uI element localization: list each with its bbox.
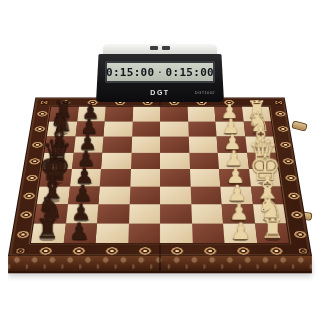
board-square [160, 107, 188, 122]
black-rook[interactable]: ♜ [35, 215, 59, 242]
white-pawn[interactable]: ♟ [230, 219, 251, 242]
border-ornament [35, 111, 48, 117]
board-square [189, 152, 219, 169]
board-square: ♟ [63, 223, 97, 243]
product-photo: 0:15:00 · 0:15:00 DGT DGT1002 ♜♟♟♜♞♟♟♞♝♟… [0, 0, 320, 320]
time-separator-icon: · [157, 68, 162, 77]
border-ornament [33, 126, 46, 133]
board-square [160, 121, 188, 136]
board-square [130, 169, 160, 186]
edge-center-seam [159, 256, 161, 272]
border-ornament [286, 192, 301, 200]
board-square [128, 223, 160, 243]
board-square [100, 169, 131, 186]
board-square [98, 186, 129, 204]
border-ornament [283, 174, 297, 182]
border-ornament [18, 211, 33, 219]
border-ornament [236, 246, 251, 255]
board-square: ♟ [223, 223, 257, 243]
board-square: ♜ [31, 223, 65, 243]
board-square [129, 186, 160, 204]
board-square [188, 137, 217, 153]
border-ornament [223, 99, 236, 105]
latch-peg-upper [291, 120, 307, 131]
board-square [131, 152, 161, 169]
clock-lever-button-left[interactable] [150, 46, 158, 50]
board-front-edge [8, 256, 312, 274]
left-player-time: 0:15:00 [106, 66, 154, 79]
board-square [187, 107, 215, 122]
border-ornament [203, 246, 218, 255]
border-ornament [281, 157, 295, 164]
board-square [131, 137, 160, 153]
board-square [95, 223, 128, 243]
board-square [160, 204, 192, 223]
board-square [192, 223, 225, 243]
border-ornament [137, 246, 151, 255]
board-square [128, 204, 160, 223]
corner-rosette [272, 99, 285, 105]
border-ornament [276, 126, 289, 133]
board-square [191, 204, 223, 223]
border-ornament [289, 211, 304, 219]
board-square [160, 152, 190, 169]
corner-rosette [12, 246, 28, 255]
border-ornament [21, 192, 36, 200]
board-square [160, 137, 189, 153]
chess-clock: 0:15:00 · 0:15:00 DGT DGT1002 [96, 44, 224, 102]
clock-body: 0:15:00 · 0:15:00 DGT DGT1002 [96, 54, 224, 102]
board-square [102, 137, 131, 153]
clock-lever-button-right[interactable] [162, 46, 170, 50]
border-ornament [292, 230, 307, 239]
board-square [190, 186, 221, 204]
right-player-time: 0:15:00 [166, 66, 214, 79]
corner-rosette [37, 99, 50, 105]
board-square [160, 186, 191, 204]
board-grid: ♜♟♟♜♞♟♟♞♝♟♟♝♛♟♟♛♚♟♟♚♝♟♟♝♞♟♟♞♜♟♟♜ [31, 107, 289, 243]
border-ornament [24, 174, 38, 182]
board-square [103, 121, 132, 136]
corner-rosette [294, 246, 310, 255]
board-square [190, 169, 221, 186]
board-square: ♜ [255, 223, 289, 243]
border-ornament [170, 246, 185, 255]
board-square [132, 121, 160, 136]
border-ornament [268, 246, 284, 255]
border-ornament [104, 246, 119, 255]
border-ornament [38, 246, 54, 255]
board-square [132, 107, 160, 122]
border-ornament [71, 246, 86, 255]
board-square [97, 204, 129, 223]
board-square [160, 223, 192, 243]
chess-board: ♜♟♟♜♞♟♟♞♝♟♟♝♛♟♟♛♚♟♟♚♝♟♟♝♞♟♟♞♜♟♟♜ [8, 98, 312, 257]
clock-model-label: DGT1002 [195, 90, 215, 95]
black-pawn[interactable]: ♟ [69, 219, 90, 242]
white-rook[interactable]: ♜ [261, 215, 285, 242]
board-square [101, 152, 131, 169]
border-ornament [250, 99, 263, 105]
board-square [105, 107, 133, 122]
border-ornament [273, 111, 286, 117]
clock-display: 0:15:00 · 0:15:00 [105, 61, 215, 83]
board-square [188, 121, 217, 136]
border-ornament [15, 230, 30, 239]
board-square [160, 169, 190, 186]
